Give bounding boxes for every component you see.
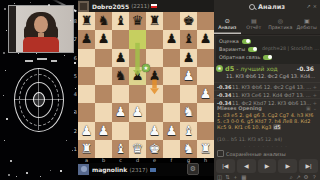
- ornate-emblem: [11, 56, 67, 136]
- setting-row-Обратная связь: Обратная связь: [219, 53, 319, 61]
- setting-label: Оценка: [219, 38, 239, 44]
- square-b3[interactable]: [95, 103, 112, 121]
- assessment-preview-line[interactable]: 11. Кf3 Фb6 12. Фc2 Сg4 13. Кd4 Кbd7: [216, 73, 316, 80]
- tab-label: Отчёт: [246, 25, 261, 30]
- square-e2[interactable]: ♟: [146, 122, 163, 140]
- opening-name: Mieses Opening: [217, 105, 262, 111]
- square-h6[interactable]: [197, 49, 214, 67]
- toggle-switch[interactable]: [248, 47, 257, 52]
- square-d8[interactable]: ♛: [129, 12, 146, 30]
- star: [60, 170, 62, 172]
- square-b8[interactable]: ♞: [95, 12, 112, 30]
- square-g7[interactable]: ♝: [180, 30, 197, 48]
- square-g6[interactable]: ♟: [180, 49, 197, 67]
- emblem-flourish: [37, 58, 47, 60]
- analysis-panel: Анализ ↗× ⊙Анализ▤Отчёт◎Практика▣Дебюты …: [214, 0, 320, 180]
- panel-header: Анализ ↗×: [214, 0, 320, 13]
- square-g5[interactable]: ♟: [180, 67, 197, 85]
- panel-header-icons: ↗×: [307, 3, 317, 9]
- square-h7[interactable]: ♟: [197, 30, 214, 48]
- stream-screen: Dobro2055 (2211) 87654321 ♜♞♝♛♜♚♟♟♟♝♟♟♟♞…: [0, 0, 320, 180]
- setting-label: Варианты: [219, 46, 245, 52]
- square-a8[interactable]: ♜: [78, 12, 95, 30]
- piece-white-pawn-f2[interactable]: ♟: [163, 122, 180, 140]
- star: [3, 52, 5, 54]
- move-assessment: ★ d5 - лучший ход -0.36 11. Кf3 Фb6 12. …: [216, 64, 316, 80]
- square-a4[interactable]: [78, 85, 95, 103]
- square-f4[interactable]: [163, 85, 180, 103]
- line-moves: 11. Кf3 Фb6 12. Фc2 Сg4 13. Кd4 Кbd7: [232, 84, 312, 90]
- engine-variations: -0.3611. Кf3 Фb6 12. Фc2 Сg4 13. Кd4 Кbd…: [214, 82, 320, 106]
- rank-label-5: 5: [70, 67, 77, 85]
- star: [6, 30, 7, 31]
- piece-black-knight-c5[interactable]: ♞: [112, 67, 129, 85]
- rank-label-6: 6: [70, 49, 77, 67]
- nav-button-1[interactable]: ◀: [237, 159, 256, 173]
- tab-icon: ▤: [251, 18, 257, 24]
- analysis-settings: ОценкаВариантыОбратная связьdepth=28 | S…: [216, 36, 320, 64]
- square-e1[interactable]: ♚: [146, 140, 163, 158]
- player-rating: (2317): [129, 167, 147, 173]
- square-g4[interactable]: [180, 85, 197, 103]
- square-c5[interactable]: ♞: [112, 67, 129, 85]
- square-h3[interactable]: [197, 103, 214, 121]
- assessment-label: - лучший ход: [236, 65, 278, 72]
- footer-icon[interactable]: ◫: [217, 174, 222, 180]
- file-label-b: b: [95, 157, 112, 163]
- webcam-feed: [8, 5, 74, 53]
- square-a5[interactable]: [78, 67, 95, 85]
- piece-white-pawn-b2[interactable]: ♟: [95, 122, 112, 140]
- square-a3[interactable]: [78, 103, 95, 121]
- move-navigation: |◀◀▶▶▶|: [216, 159, 318, 173]
- square-f1[interactable]: [163, 140, 180, 158]
- rank-label-3: 3: [70, 103, 77, 121]
- square-e3[interactable]: [146, 103, 163, 121]
- piece-black-pawn-c6[interactable]: ♟: [112, 49, 129, 67]
- square-h4[interactable]: ♟: [197, 85, 214, 103]
- footer-icon[interactable]: ↗: [296, 174, 301, 180]
- panel-header-icon[interactable]: ↗: [307, 3, 311, 9]
- streamer-shirt: [23, 37, 59, 52]
- player-name[interactable]: Dobro2055: [92, 3, 129, 10]
- footer-icons-left: ◫⇅＋▦: [217, 174, 250, 180]
- star: [36, 53, 37, 54]
- square-b4[interactable]: [95, 85, 112, 103]
- square-h5[interactable]: [197, 67, 214, 85]
- star: [14, 3, 15, 4]
- square-b5[interactable]: [95, 67, 112, 85]
- square-f2[interactable]: ♟: [163, 122, 180, 140]
- engine-line-2[interactable]: -0.3411. Кf3 Сe6 12. Кd4 Фd7 13. Фc2 Кba…: [214, 90, 320, 98]
- left-column: [0, 0, 78, 180]
- toggle-switch[interactable]: [242, 39, 251, 44]
- square-c7[interactable]: [112, 30, 129, 48]
- rank-label-7: 7: [70, 30, 77, 48]
- star: [66, 140, 67, 141]
- square-f6[interactable]: [163, 49, 180, 67]
- avatar[interactable]: [78, 1, 89, 12]
- square-b6[interactable]: [95, 49, 112, 67]
- tab-Анализ[interactable]: ⊙Анализ: [214, 13, 241, 34]
- piece-white-bishop-c1[interactable]: ♝: [112, 140, 129, 158]
- piece-white-pawn-h4[interactable]: ♟: [197, 85, 214, 103]
- nav-button-3[interactable]: ▶: [278, 159, 297, 173]
- move-timeline-dots: ··········: [214, 144, 320, 149]
- webcam-wall-shadow: [9, 6, 16, 52]
- square-h2[interactable]: [197, 122, 214, 140]
- gear-icon: ⚙: [190, 165, 196, 172]
- tab-Практика[interactable]: ◎Практика: [267, 13, 294, 34]
- star: [4, 8, 6, 10]
- square-c6[interactable]: ♟: [112, 49, 129, 67]
- line-moves: 11. Кf3 Сe6 12. Кd4 Фd7 13. Фc2 Кba6: [232, 92, 312, 98]
- tab-Отчёт[interactable]: ▤Отчёт: [241, 13, 268, 34]
- flag-icon: [151, 4, 157, 8]
- file-label-f: f: [163, 157, 180, 163]
- panel-title: Анализ: [258, 3, 285, 11]
- player-rating: (2211): [131, 3, 149, 9]
- square-a6[interactable]: [78, 49, 95, 67]
- square-d4[interactable]: [129, 85, 146, 103]
- setting-label: Обратная связь: [219, 54, 260, 60]
- piece-white-rook-a1[interactable]: ♜: [78, 140, 95, 158]
- line-eval: -0.36: [217, 84, 232, 90]
- square-c4[interactable]: [112, 85, 129, 103]
- piece-white-pawn-g5[interactable]: ♟: [180, 67, 197, 85]
- nav-button-0[interactable]: |◀: [216, 159, 235, 173]
- star: [16, 176, 17, 177]
- square-c2[interactable]: [112, 122, 129, 140]
- star: [3, 95, 4, 96]
- best-move-badge: ★: [142, 64, 150, 72]
- emblem-flourish: [51, 60, 57, 62]
- star: [10, 160, 12, 162]
- star: [26, 172, 28, 174]
- saved-analysis-label: Сохранённые анализы: [226, 151, 286, 157]
- piece-white-rook-h1[interactable]: ♜: [197, 140, 214, 158]
- square-a7[interactable]: ♟: [78, 30, 95, 48]
- piece-black-rook-a8[interactable]: ♜: [78, 12, 95, 30]
- piece-white-king-e1[interactable]: ♚: [146, 140, 163, 158]
- checkbox-icon[interactable]: [217, 150, 224, 157]
- square-d1[interactable]: ♛: [129, 140, 146, 158]
- square-d2[interactable]: [129, 122, 146, 140]
- star: [64, 55, 65, 56]
- rank-label-8: 8: [70, 12, 77, 30]
- best-move-star-icon: ★: [216, 65, 223, 72]
- piece-white-pawn-e2[interactable]: ♟: [146, 122, 163, 140]
- opening-row: Mieses Opening ▣⌄: [217, 104, 317, 112]
- search-icon: [249, 4, 255, 10]
- piece-black-pawn-a7[interactable]: ♟: [78, 30, 95, 48]
- piece-white-pawn-d3[interactable]: ♟: [129, 103, 146, 121]
- square-g8[interactable]: ♚: [180, 12, 197, 30]
- square-f8[interactable]: [163, 12, 180, 30]
- toggle-switch[interactable]: [263, 55, 272, 60]
- panel-header-icon[interactable]: ×: [313, 3, 317, 9]
- emblem-axis: [38, 68, 39, 130]
- star: [4, 140, 5, 141]
- star: [30, 2, 31, 3]
- footer-icon[interactable]: ⇅: [225, 174, 230, 180]
- piece-black-bishop-g7[interactable]: ♝: [180, 30, 197, 48]
- saved-analysis-row[interactable]: Сохранённые анализы: [217, 150, 317, 157]
- current-move[interactable]: d5: [273, 124, 281, 130]
- rank-label-1: 1: [70, 140, 77, 158]
- tab-icon: ⊙: [225, 18, 230, 24]
- square-h1[interactable]: ♜: [197, 140, 214, 158]
- piece-white-knight-g3[interactable]: ♞: [180, 103, 197, 121]
- square-g3[interactable]: ♞: [180, 103, 197, 121]
- square-e8[interactable]: ♜: [146, 12, 163, 30]
- piece-white-bishop-g2[interactable]: ♝: [180, 122, 197, 140]
- square-b2[interactable]: ♟: [95, 122, 112, 140]
- tab-icon: ◎: [278, 18, 283, 24]
- piece-white-pawn-a2[interactable]: ♟: [78, 122, 95, 140]
- square-g2[interactable]: ♝: [180, 122, 197, 140]
- tab-icon: ▣: [304, 18, 310, 24]
- rank-coordinates: 87654321: [70, 12, 77, 158]
- board: ♜♞♝♛♜♚♟♟♟♝♟♟♟♞♟♟♟♟♟♟♞♟♟♟♟♝♜♝♛♚♞♜: [78, 12, 214, 158]
- square-c3[interactable]: ♟: [112, 103, 129, 121]
- tab-label: Анализ: [218, 25, 236, 30]
- nav-button-4[interactable]: ▶|: [299, 159, 318, 173]
- piece-black-knight-b8[interactable]: ♞: [95, 12, 112, 30]
- emblem-center: [33, 92, 45, 107]
- tab-label: Дебюты: [297, 25, 317, 30]
- piece-black-pawn-h7[interactable]: ♟: [197, 30, 214, 48]
- piece-black-bishop-c8[interactable]: ♝: [112, 12, 129, 30]
- footer-icon[interactable]: ⚙: [304, 174, 309, 180]
- footer-icons-right: ⌕↗⚙？: [287, 174, 317, 180]
- flag-icon: [150, 168, 156, 172]
- star: [50, 170, 51, 171]
- square-b7[interactable]: ♟: [95, 30, 112, 48]
- star: [18, 53, 19, 54]
- panel-tabs: ⊙Анализ▤Отчёт◎Практика▣Дебюты: [214, 13, 320, 35]
- panel-footer: ◫⇅＋▦ ⌕↗⚙？: [217, 174, 317, 180]
- opening-icons: ▣⌄: [306, 105, 317, 111]
- square-a2[interactable]: ♟: [78, 122, 95, 140]
- square-f5[interactable]: [163, 67, 180, 85]
- star: [48, 4, 50, 6]
- square-c1[interactable]: ♝: [112, 140, 129, 158]
- opening-icon[interactable]: ▣: [306, 105, 311, 111]
- opening-icon[interactable]: ⌄: [313, 105, 317, 111]
- footer-icon[interactable]: ⌕: [290, 174, 293, 180]
- square-g1[interactable]: ♞: [180, 140, 197, 158]
- piece-black-king-g8[interactable]: ♚: [180, 12, 197, 30]
- footer-icon[interactable]: ▦: [241, 174, 246, 180]
- star: [40, 176, 41, 177]
- avatar[interactable]: [78, 164, 89, 175]
- piece-black-pawn-g6[interactable]: ♟: [180, 49, 197, 67]
- square-c8[interactable]: ♝: [112, 12, 129, 30]
- piece-black-queen-d8[interactable]: ♛: [129, 12, 146, 30]
- piece-black-pawn-b7[interactable]: ♟: [95, 30, 112, 48]
- star: [8, 174, 10, 176]
- engine-line-1[interactable]: -0.3611. Кf3 Фb6 12. Фc2 Сg4 13. Кd4 Кbd…: [214, 82, 320, 90]
- piece-black-rook-e8[interactable]: ♜: [146, 12, 163, 30]
- piece-black-pawn-f7[interactable]: ♟: [163, 30, 180, 48]
- square-b1[interactable]: [95, 140, 112, 158]
- square-h8[interactable]: [197, 12, 214, 30]
- footer-icon[interactable]: ＋: [233, 174, 239, 180]
- player-name[interactable]: magnolink: [92, 166, 127, 173]
- square-e7[interactable]: [146, 30, 163, 48]
- top-player-bar: Dobro2055 (2211): [78, 0, 214, 12]
- square-f7[interactable]: ♟: [163, 30, 180, 48]
- tab-Дебюты[interactable]: ▣Дебюты: [294, 13, 320, 34]
- piece-white-pawn-c3[interactable]: ♟: [112, 103, 129, 121]
- rank-label-2: 2: [70, 122, 77, 140]
- assessed-move: d5: [225, 65, 234, 73]
- square-d3[interactable]: ♟: [129, 103, 146, 121]
- nav-button-2[interactable]: ▶: [258, 159, 277, 173]
- line-eval: -0.34: [217, 92, 232, 98]
- assessment-title: ★ d5 - лучший ход -0.36: [216, 64, 316, 73]
- square-f3[interactable]: [163, 103, 180, 121]
- engine-status: depth=28 | Stockfish 17.1: [262, 46, 320, 51]
- streamer-face: [34, 16, 48, 33]
- star: [5, 70, 6, 71]
- setting-row-Оценка: Оценка: [219, 37, 319, 45]
- emblem-flourish: [25, 60, 33, 62]
- move-list[interactable]: 1. d3 e5 2. g4 g6 3. Сg2 Сg7 4. h3 Кf6 5…: [217, 112, 317, 136]
- square-a1[interactable]: ♜: [78, 140, 95, 158]
- piece-white-queen-d1[interactable]: ♛: [129, 140, 146, 158]
- star: [6, 118, 8, 120]
- moves-text: 1. d3 e5 2. g4 g6 3. Сg2 Сg7 4. h3 Кf6 5…: [217, 112, 313, 130]
- piece-white-knight-g1[interactable]: ♞: [180, 140, 197, 158]
- board-settings-button[interactable]: ⚙: [187, 163, 199, 175]
- evaluation-score: -0.36: [297, 65, 316, 72]
- rank-label-4: 4: [70, 85, 77, 103]
- footer-icon[interactable]: ？: [312, 174, 318, 180]
- square-e4[interactable]: [146, 85, 163, 103]
- square-d7[interactable]: [129, 30, 146, 48]
- expand-line-icon[interactable]: +: [313, 84, 317, 90]
- tab-label: Практика: [268, 25, 292, 30]
- expand-line-icon[interactable]: +: [313, 92, 317, 98]
